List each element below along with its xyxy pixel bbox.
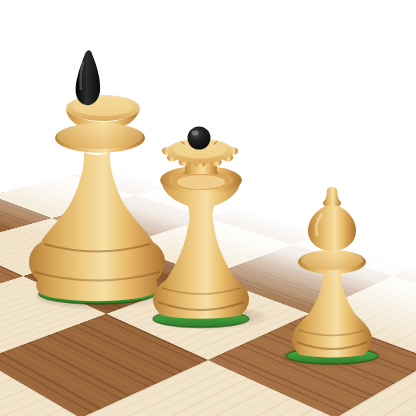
queen-ball-finial-icon: [188, 127, 211, 150]
king-finial-icon: [76, 50, 101, 105]
white-bishop-piece: [281, 184, 385, 368]
bishop-body: [292, 272, 372, 357]
bishop-collar: [298, 250, 366, 274]
bishop-top-knob: [323, 187, 341, 206]
white-king-piece: [28, 46, 168, 308]
white-queen-piece: [148, 122, 266, 330]
king-body: [29, 152, 165, 301]
king-crown-cap: [55, 95, 145, 153]
bishop-dome: [308, 187, 356, 251]
queen-body: [153, 184, 249, 319]
product-photo-stage: [0, 0, 416, 416]
